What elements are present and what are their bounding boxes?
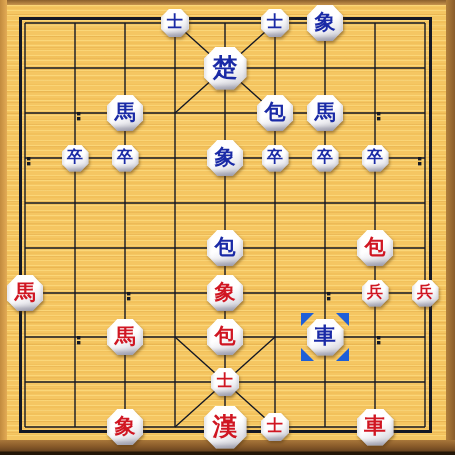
piece-blue-elephant[interactable]: 象: [207, 140, 243, 176]
piece-glyph: 漢: [213, 414, 238, 439]
piece-glyph: 士: [167, 14, 183, 30]
piece-disc: 馬: [107, 319, 143, 355]
piece-glyph: 卒: [67, 149, 83, 165]
piece-blue-pawn[interactable]: 卒: [362, 145, 389, 172]
piece-glyph: 包: [215, 237, 236, 258]
piece-blue-chariot[interactable]: 車: [307, 319, 344, 356]
board-frame-left: [0, 0, 7, 455]
piece-red-pawn[interactable]: 兵: [362, 280, 389, 307]
piece-red-elephant[interactable]: 象: [207, 275, 243, 311]
piece-blue-king[interactable]: 楚: [204, 47, 247, 90]
piece-glyph: 士: [267, 14, 283, 30]
piece-disc: 車: [307, 319, 344, 356]
piece-red-chariot[interactable]: 車: [357, 409, 394, 446]
piece-glyph: 卒: [317, 149, 333, 165]
piece-glyph: 包: [215, 326, 236, 347]
piece-disc: 兵: [412, 280, 439, 307]
piece-red-horse[interactable]: 馬: [107, 319, 143, 355]
piece-disc: 卒: [362, 145, 389, 172]
piece-blue-pawn[interactable]: 卒: [112, 145, 139, 172]
piece-glyph: 卒: [367, 149, 383, 165]
piece-glyph: 車: [364, 415, 386, 437]
piece-glyph: 楚: [213, 55, 238, 80]
piece-blue-horse[interactable]: 馬: [307, 95, 343, 131]
piece-glyph: 馬: [115, 102, 136, 123]
piece-disc: 包: [257, 95, 293, 131]
piece-blue-horse[interactable]: 馬: [107, 95, 143, 131]
piece-disc: 馬: [7, 275, 43, 311]
piece-glyph: 兵: [417, 284, 433, 300]
piece-blue-advisor[interactable]: 士: [161, 9, 189, 37]
piece-glyph: 士: [267, 418, 283, 434]
piece-disc: 象: [107, 409, 143, 445]
piece-glyph: 象: [215, 282, 236, 303]
piece-disc: 卒: [112, 145, 139, 172]
piece-disc: 卒: [312, 145, 339, 172]
piece-disc: 士: [261, 413, 289, 441]
piece-blue-pawn[interactable]: 卒: [312, 145, 339, 172]
piece-red-advisor[interactable]: 士: [211, 368, 239, 396]
piece-blue-pawn[interactable]: 卒: [262, 145, 289, 172]
piece-glyph: 馬: [15, 282, 36, 303]
piece-disc: 楚: [204, 47, 247, 90]
piece-glyph: 兵: [367, 284, 383, 300]
piece-glyph: 車: [314, 325, 336, 347]
piece-blue-cannon[interactable]: 包: [257, 95, 293, 131]
piece-disc: 兵: [362, 280, 389, 307]
board-frame-top: [0, 0, 455, 5]
piece-glyph: 馬: [315, 102, 336, 123]
piece-glyph: 士: [217, 373, 233, 389]
piece-red-elephant[interactable]: 象: [107, 409, 143, 445]
piece-disc: 士: [261, 9, 289, 37]
piece-disc: 車: [357, 409, 394, 446]
piece-glyph: 象: [115, 416, 136, 437]
piece-disc: 象: [207, 275, 243, 311]
piece-glyph: 包: [365, 237, 386, 258]
piece-disc: 卒: [62, 145, 89, 172]
piece-red-cannon[interactable]: 包: [357, 230, 393, 266]
piece-glyph: 包: [265, 102, 286, 123]
piece-red-advisor[interactable]: 士: [261, 413, 289, 441]
board-frame-right: [446, 0, 455, 455]
piece-blue-advisor[interactable]: 士: [261, 9, 289, 37]
piece-red-horse[interactable]: 馬: [7, 275, 43, 311]
piece-blue-elephant[interactable]: 象: [307, 5, 343, 41]
piece-disc: 包: [207, 319, 243, 355]
piece-glyph: 象: [315, 12, 336, 33]
piece-disc: 漢: [204, 406, 247, 449]
piece-blue-pawn[interactable]: 卒: [62, 145, 89, 172]
piece-disc: 象: [307, 5, 343, 41]
piece-disc: 馬: [307, 95, 343, 131]
piece-disc: 包: [357, 230, 393, 266]
piece-red-pawn[interactable]: 兵: [412, 280, 439, 307]
piece-disc: 包: [207, 230, 243, 266]
piece-disc: 士: [211, 368, 239, 396]
piece-glyph: 卒: [117, 149, 133, 165]
janggi-board-window: 士士象楚馬包馬卒卒象卒卒卒包包馬象兵兵馬包車士象漢士車: [0, 0, 455, 455]
piece-disc: 卒: [262, 145, 289, 172]
piece-red-cannon[interactable]: 包: [207, 319, 243, 355]
piece-disc: 馬: [107, 95, 143, 131]
piece-glyph: 馬: [115, 326, 136, 347]
piece-blue-cannon[interactable]: 包: [207, 230, 243, 266]
piece-disc: 象: [207, 140, 243, 176]
piece-red-king[interactable]: 漢: [204, 406, 247, 449]
piece-glyph: 卒: [267, 149, 283, 165]
piece-disc: 士: [161, 9, 189, 37]
piece-glyph: 象: [215, 147, 236, 168]
